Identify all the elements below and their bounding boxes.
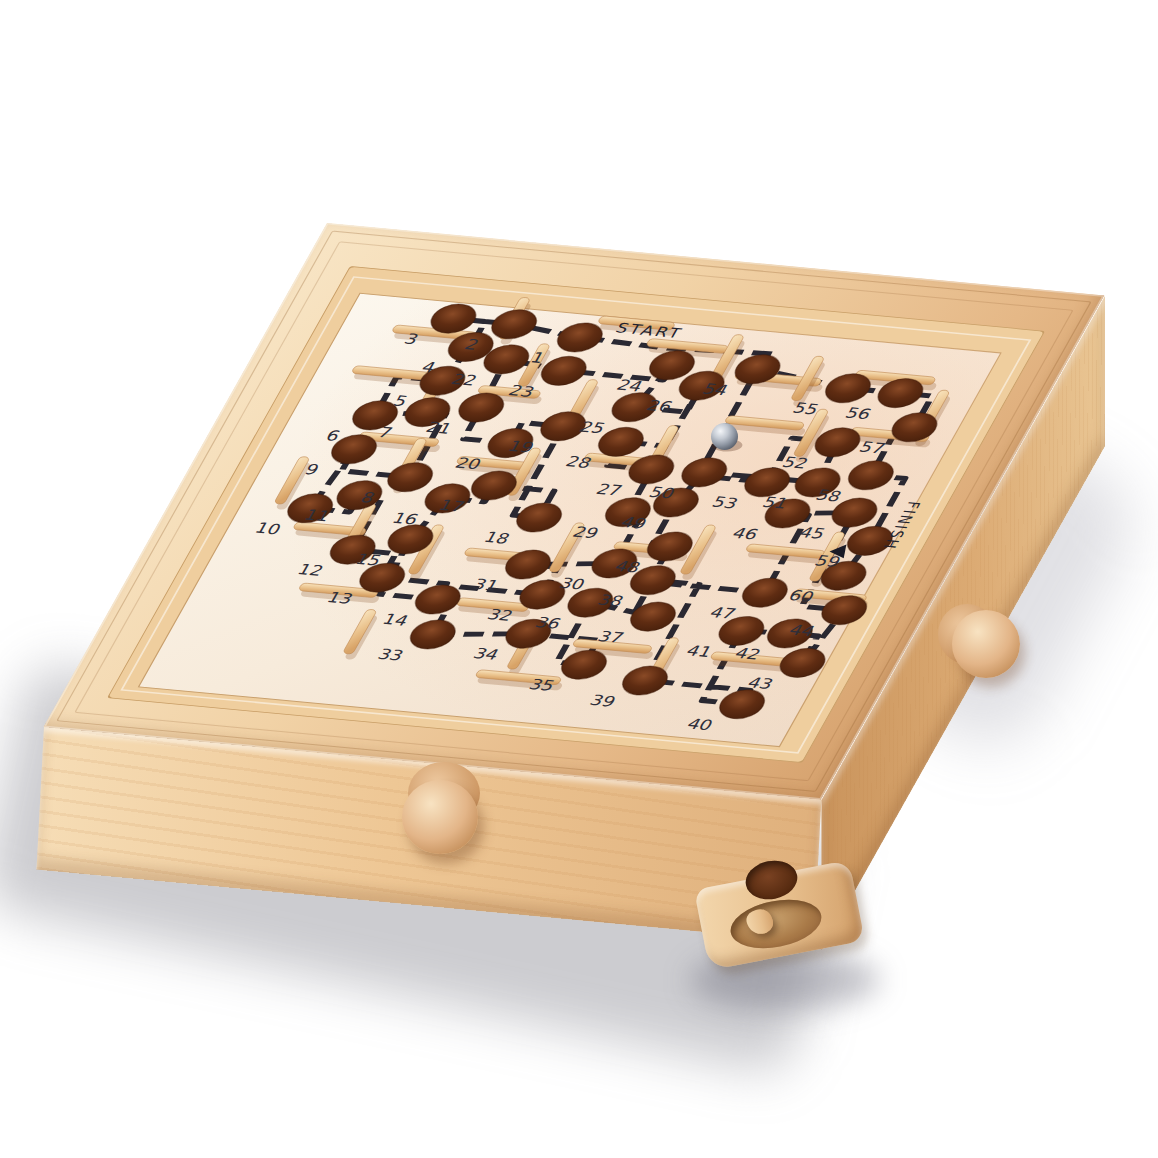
tray-scoop-recess <box>726 893 825 956</box>
front-knob-cap[interactable] <box>402 780 478 854</box>
product-photo-page: { "game": "wooden labyrinth (tilting mar… <box>0 0 1158 1158</box>
right-knob-cap[interactable] <box>952 610 1020 678</box>
